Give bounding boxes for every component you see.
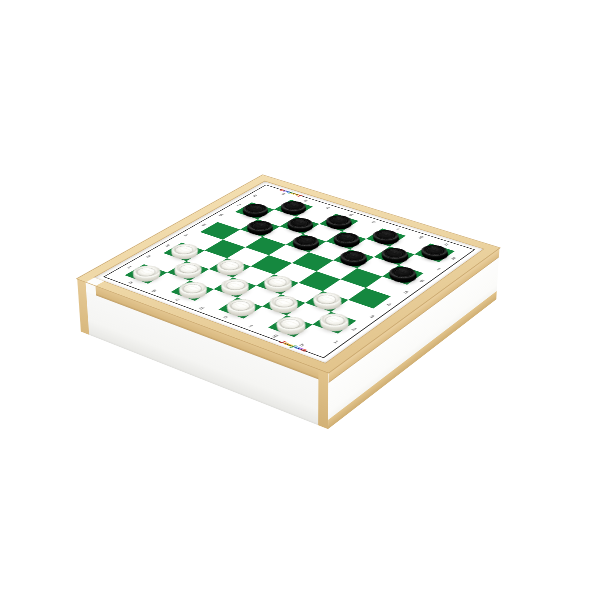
file-label-bottom: f <box>248 325 254 328</box>
brand-letter: e <box>281 341 291 347</box>
square-h5[interactable] <box>365 276 407 296</box>
white-piece[interactable]: ⛀ <box>174 280 212 298</box>
square-d2[interactable]: ⛀ <box>214 277 257 297</box>
square-e1[interactable]: ⛀ <box>219 297 262 318</box>
square-b1[interactable] <box>148 272 191 292</box>
square-f3[interactable] <box>281 282 324 302</box>
brand-letter: u <box>292 345 302 351</box>
brand-letter: r <box>297 346 306 351</box>
square-h3[interactable] <box>330 300 373 321</box>
square-f4[interactable] <box>298 271 340 291</box>
square-b2[interactable]: ⛀ <box>167 261 209 280</box>
white-piece[interactable]: ⛀ <box>222 297 260 315</box>
white-piece[interactable]: ⛀ <box>315 311 354 330</box>
square-g1[interactable]: ⛀ <box>268 315 312 337</box>
square-h1[interactable] <box>294 324 338 346</box>
white-piece[interactable]: ⛀ <box>265 294 303 312</box>
white-piece[interactable]: ⛀ <box>308 290 346 308</box>
rank-label-right: 6 <box>419 279 426 283</box>
square-g2[interactable] <box>287 303 331 324</box>
rank-label-left: 1 <box>125 266 132 269</box>
square-g4[interactable] <box>323 279 365 299</box>
brand-letter: u <box>286 342 296 348</box>
file-label-bottom: d <box>198 306 205 310</box>
white-piece[interactable]: ⛀ <box>271 314 310 333</box>
game-box: Jeujura Jeujura ⛂⛂⛂⛂⛂⛂⛂⛂⛂⛂⛂⛂⛀⛀⛀⛀⛀⛀⛀⛀⛀⛀⛀⛀… <box>77 175 499 373</box>
file-label-bottom: g <box>272 333 279 337</box>
file-label-bottom: b <box>151 289 158 293</box>
rank-label-right: 4 <box>385 303 392 307</box>
square-h4[interactable] <box>348 288 391 309</box>
square-g3[interactable]: ⛀ <box>305 291 348 312</box>
square-d1[interactable] <box>194 289 237 310</box>
square-e3[interactable]: ⛀ <box>256 274 298 294</box>
file-label-bottom: c <box>174 298 181 302</box>
square-g5[interactable] <box>340 268 382 288</box>
rank-label-right: 5 <box>402 291 409 295</box>
square-h2[interactable]: ⛀ <box>312 312 356 334</box>
product-scene: Jeujura Jeujura ⛂⛂⛂⛂⛂⛂⛂⛂⛂⛂⛂⛂⛀⛀⛀⛀⛀⛀⛀⛀⛀⛀⛀⛀… <box>0 0 600 600</box>
file-label-bottom: h <box>298 343 305 347</box>
square-f1[interactable] <box>243 306 287 327</box>
file-label-bottom: a <box>128 281 135 285</box>
white-piece[interactable]: ⛀ <box>259 274 296 292</box>
rank-label-right: 3 <box>368 315 375 319</box>
brand-letter: j <box>290 344 298 349</box>
white-piece[interactable]: ⛀ <box>170 260 207 277</box>
square-e4[interactable] <box>274 263 316 282</box>
square-a1[interactable]: ⛀ <box>125 264 167 284</box>
square-c1[interactable]: ⛀ <box>171 280 214 300</box>
square-c2[interactable] <box>190 269 232 289</box>
rank-label-right: 2 <box>350 327 357 331</box>
square-e2[interactable] <box>238 286 281 306</box>
white-piece[interactable]: ⛀ <box>217 277 254 295</box>
brand-letter: J <box>277 339 287 344</box>
brand-letter: a <box>300 347 310 353</box>
rank-label-right: 7 <box>435 268 442 271</box>
square-h6[interactable]: ⛂ <box>382 265 423 285</box>
file-label-bottom: e <box>222 315 229 319</box>
black-piece[interactable]: ⛂ <box>385 264 421 281</box>
white-piece[interactable]: ⛀ <box>128 264 165 281</box>
square-d3[interactable] <box>232 266 274 286</box>
brand-logo-near: Jeujura <box>277 339 309 353</box>
rank-label-right: 1 <box>332 340 339 344</box>
square-f2[interactable]: ⛀ <box>262 294 305 315</box>
